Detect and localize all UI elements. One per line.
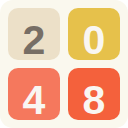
tile-4: 4 [8, 68, 60, 120]
tile-8: 8 [68, 68, 120, 120]
tile-4-value: 4 [23, 80, 46, 121]
tile-0: 0 [68, 8, 120, 60]
tile-2: 2 [8, 8, 60, 60]
app-icon-2048[interactable]: 2 0 4 8 [0, 0, 128, 128]
tile-2-value: 2 [23, 20, 46, 61]
tile-0-value: 0 [83, 20, 106, 61]
tile-8-value: 8 [83, 80, 106, 121]
